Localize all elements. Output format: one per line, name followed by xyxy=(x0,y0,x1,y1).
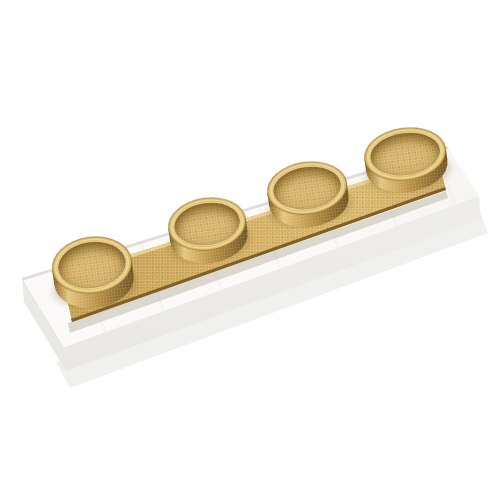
tealight-cup-2 xyxy=(165,193,251,268)
tealight-cup-3 xyxy=(264,157,352,233)
tealight-cup-4 xyxy=(361,123,451,198)
tealight-cup-1 xyxy=(48,232,137,313)
product-photo-scene xyxy=(0,0,500,500)
